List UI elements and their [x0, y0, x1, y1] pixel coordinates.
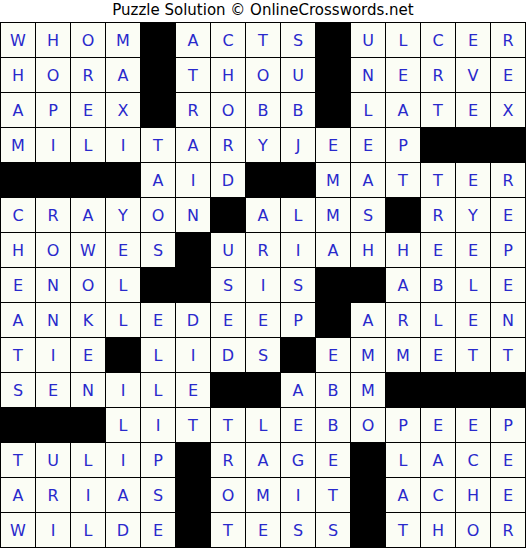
letter-cell: G — [281, 443, 316, 478]
letter-cell: R — [71, 58, 106, 93]
letter-cell: E — [71, 338, 106, 373]
letter-cell: P — [491, 408, 526, 443]
letter-cell: T — [421, 93, 456, 128]
letter-cell: O — [456, 513, 491, 548]
letter-cell: C — [211, 23, 246, 58]
letter-cell: Y — [246, 128, 281, 163]
letter-cell: N — [491, 303, 526, 338]
letter-cell: E — [246, 513, 281, 548]
letter-cell: S — [351, 198, 386, 233]
letter-cell: H — [351, 233, 386, 268]
black-cell — [316, 303, 351, 338]
letter-cell: R — [176, 93, 211, 128]
letter-cell: T — [141, 128, 176, 163]
letter-cell: W — [1, 23, 36, 58]
black-cell — [1, 163, 36, 198]
letter-cell: I — [246, 268, 281, 303]
letter-cell: D — [106, 513, 141, 548]
letter-cell: R — [36, 198, 71, 233]
black-cell — [386, 198, 421, 233]
black-cell — [491, 373, 526, 408]
letter-cell: B — [316, 373, 351, 408]
letter-cell: A — [1, 93, 36, 128]
letter-cell: L — [246, 408, 281, 443]
letter-cell: E — [316, 338, 351, 373]
letter-cell: E — [351, 128, 386, 163]
black-cell — [421, 373, 456, 408]
black-cell — [106, 338, 141, 373]
letter-cell: S — [246, 338, 281, 373]
letter-cell: L — [106, 303, 141, 338]
letter-cell: T — [456, 338, 491, 373]
letter-cell: A — [1, 478, 36, 513]
letter-cell: T — [386, 163, 421, 198]
letter-cell: C — [421, 23, 456, 58]
letter-cell: T — [421, 163, 456, 198]
letter-cell: B — [421, 268, 456, 303]
letter-cell: M — [351, 338, 386, 373]
letter-cell: E — [36, 373, 71, 408]
letter-cell: A — [176, 128, 211, 163]
letter-cell: E — [176, 373, 211, 408]
page-title: Puzzle Solution © OnlineCrosswords.net — [0, 0, 526, 22]
black-cell — [176, 443, 211, 478]
letter-cell: L — [141, 373, 176, 408]
letter-cell: R — [211, 443, 246, 478]
letter-cell: L — [386, 23, 421, 58]
letter-cell: H — [421, 513, 456, 548]
letter-cell: O — [211, 478, 246, 513]
letter-cell: L — [456, 268, 491, 303]
letter-cell: A — [386, 93, 421, 128]
letter-cell: I — [176, 338, 211, 373]
letter-cell: L — [71, 513, 106, 548]
black-cell — [211, 198, 246, 233]
letter-cell: M — [246, 478, 281, 513]
letter-cell: W — [1, 513, 36, 548]
letter-cell: S — [281, 23, 316, 58]
letter-cell: N — [351, 58, 386, 93]
letter-cell: I — [36, 513, 71, 548]
letter-cell: R — [36, 478, 71, 513]
letter-cell: B — [246, 93, 281, 128]
letter-cell: P — [36, 93, 71, 128]
letter-cell: H — [1, 233, 36, 268]
letter-cell: P — [386, 408, 421, 443]
letter-cell: T — [176, 408, 211, 443]
letter-cell: A — [71, 198, 106, 233]
letter-cell: H — [1, 58, 36, 93]
black-cell — [246, 163, 281, 198]
letter-cell: N — [36, 268, 71, 303]
letter-cell: D — [176, 303, 211, 338]
letter-cell: I — [281, 233, 316, 268]
letter-cell: B — [281, 93, 316, 128]
letter-cell: J — [281, 128, 316, 163]
black-cell — [456, 373, 491, 408]
letter-cell: A — [106, 478, 141, 513]
letter-cell: R — [211, 128, 246, 163]
letter-cell: L — [71, 443, 106, 478]
letter-cell: L — [421, 303, 456, 338]
letter-cell: X — [491, 93, 526, 128]
letter-cell: X — [106, 93, 141, 128]
letter-cell: P — [491, 233, 526, 268]
letter-cell: H — [386, 233, 421, 268]
black-cell — [351, 513, 386, 548]
letter-cell: L — [106, 268, 141, 303]
letter-cell: R — [246, 233, 281, 268]
letter-cell: L — [281, 198, 316, 233]
black-cell — [106, 163, 141, 198]
puzzle-solution-page: Puzzle Solution © OnlineCrosswords.net W… — [0, 0, 526, 551]
letter-cell: I — [71, 478, 106, 513]
letter-cell: O — [141, 198, 176, 233]
letter-cell: S — [281, 268, 316, 303]
letter-cell: N — [71, 373, 106, 408]
letter-cell: T — [491, 338, 526, 373]
letter-cell: L — [386, 443, 421, 478]
letter-cell: R — [386, 303, 421, 338]
letter-cell: R — [491, 513, 526, 548]
letter-cell: M — [351, 373, 386, 408]
black-cell — [141, 268, 176, 303]
letter-cell: M — [386, 338, 421, 373]
letter-cell: S — [1, 373, 36, 408]
letter-cell: E — [316, 443, 351, 478]
letter-cell: O — [351, 408, 386, 443]
black-cell — [316, 268, 351, 303]
letter-cell: E — [141, 513, 176, 548]
letter-cell: R — [491, 163, 526, 198]
letter-cell: I — [141, 408, 176, 443]
letter-cell: I — [36, 338, 71, 373]
letter-cell: N — [176, 198, 211, 233]
letter-cell: E — [246, 303, 281, 338]
black-cell — [316, 58, 351, 93]
letter-cell: A — [246, 443, 281, 478]
letter-cell: E — [71, 93, 106, 128]
letter-cell: A — [176, 23, 211, 58]
letter-cell: E — [281, 408, 316, 443]
letter-cell: A — [281, 373, 316, 408]
letter-cell: E — [491, 478, 526, 513]
letter-cell: O — [36, 58, 71, 93]
letter-cell: I — [106, 373, 141, 408]
letter-cell: E — [491, 198, 526, 233]
letter-cell: K — [71, 303, 106, 338]
letter-cell: A — [351, 303, 386, 338]
letter-cell: E — [421, 338, 456, 373]
black-cell — [71, 408, 106, 443]
black-cell — [386, 373, 421, 408]
letter-cell: I — [176, 163, 211, 198]
letter-cell: A — [106, 58, 141, 93]
black-cell — [316, 93, 351, 128]
letter-cell: M — [1, 128, 36, 163]
letter-cell: E — [421, 408, 456, 443]
letter-cell: E — [141, 303, 176, 338]
letter-cell: U — [351, 23, 386, 58]
letter-cell: T — [176, 58, 211, 93]
black-cell — [141, 23, 176, 58]
letter-cell: E — [456, 23, 491, 58]
letter-cell: O — [71, 23, 106, 58]
black-cell — [351, 443, 386, 478]
black-cell — [176, 268, 211, 303]
letter-cell: T — [211, 513, 246, 548]
black-cell — [141, 93, 176, 128]
letter-cell: E — [456, 163, 491, 198]
letter-cell: L — [351, 93, 386, 128]
black-cell — [36, 408, 71, 443]
letter-cell: T — [1, 338, 36, 373]
black-cell — [1, 408, 36, 443]
letter-cell: I — [281, 478, 316, 513]
letter-cell: A — [386, 268, 421, 303]
letter-cell: P — [141, 443, 176, 478]
letter-cell: N — [36, 303, 71, 338]
black-cell — [176, 513, 211, 548]
letter-cell: O — [246, 58, 281, 93]
letter-cell: T — [211, 408, 246, 443]
letter-cell: D — [211, 338, 246, 373]
letter-cell: C — [421, 478, 456, 513]
letter-cell: A — [351, 163, 386, 198]
letter-cell: E — [1, 268, 36, 303]
letter-cell: I — [106, 443, 141, 478]
letter-cell: A — [421, 443, 456, 478]
black-cell — [456, 128, 491, 163]
letter-cell: M — [316, 198, 351, 233]
letter-cell: O — [71, 268, 106, 303]
letter-cell: E — [491, 268, 526, 303]
black-cell — [36, 163, 71, 198]
black-cell — [316, 23, 351, 58]
black-cell — [211, 373, 246, 408]
letter-cell: C — [1, 198, 36, 233]
letter-cell: H — [36, 23, 71, 58]
letter-cell: E — [316, 128, 351, 163]
letter-cell: E — [211, 303, 246, 338]
letter-cell: E — [386, 58, 421, 93]
letter-cell: T — [386, 513, 421, 548]
letter-cell: S — [281, 513, 316, 548]
letter-cell: B — [316, 408, 351, 443]
black-cell — [351, 268, 386, 303]
letter-cell: A — [246, 198, 281, 233]
letter-cell: E — [106, 233, 141, 268]
letter-cell: U — [211, 233, 246, 268]
letter-cell: W — [71, 233, 106, 268]
letter-cell: L — [141, 338, 176, 373]
letter-cell: L — [71, 128, 106, 163]
letter-cell: H — [456, 478, 491, 513]
black-cell — [71, 163, 106, 198]
black-cell — [246, 373, 281, 408]
letter-cell: P — [386, 128, 421, 163]
letter-cell: S — [141, 233, 176, 268]
letter-cell: E — [456, 233, 491, 268]
letter-cell: T — [246, 23, 281, 58]
letter-cell: O — [211, 93, 246, 128]
letter-cell: R — [421, 58, 456, 93]
black-cell — [281, 163, 316, 198]
letter-cell: A — [141, 163, 176, 198]
letter-cell: R — [491, 23, 526, 58]
letter-cell: M — [316, 163, 351, 198]
letter-cell: Y — [456, 198, 491, 233]
letter-cell: A — [386, 478, 421, 513]
letter-cell: Y — [106, 198, 141, 233]
letter-cell: V — [456, 58, 491, 93]
letter-cell: O — [36, 233, 71, 268]
letter-cell: T — [1, 443, 36, 478]
letter-cell: A — [316, 233, 351, 268]
letter-cell: U — [36, 443, 71, 478]
black-cell — [351, 478, 386, 513]
letter-cell: M — [106, 23, 141, 58]
letter-cell: T — [316, 478, 351, 513]
letter-cell: S — [141, 478, 176, 513]
black-cell — [491, 128, 526, 163]
letter-cell: C — [456, 443, 491, 478]
black-cell — [176, 478, 211, 513]
letter-cell: S — [211, 268, 246, 303]
letter-cell: E — [491, 443, 526, 478]
letter-cell: E — [421, 233, 456, 268]
letter-cell: H — [211, 58, 246, 93]
letter-cell: I — [106, 128, 141, 163]
letter-cell: I — [36, 128, 71, 163]
letter-cell: E — [491, 58, 526, 93]
letter-cell: D — [211, 163, 246, 198]
letter-cell: U — [281, 58, 316, 93]
black-cell — [176, 233, 211, 268]
letter-cell: E — [456, 93, 491, 128]
letter-cell: E — [456, 408, 491, 443]
letter-cell: P — [281, 303, 316, 338]
letter-cell: S — [316, 513, 351, 548]
black-cell — [141, 58, 176, 93]
crossword-grid: WHOMACTSULCERHORATHOUNERVEAPEXROBBLATEXM… — [0, 22, 526, 548]
letter-cell: A — [1, 303, 36, 338]
black-cell — [281, 338, 316, 373]
letter-cell: L — [106, 408, 141, 443]
letter-cell: R — [421, 198, 456, 233]
letter-cell: E — [456, 303, 491, 338]
black-cell — [421, 128, 456, 163]
